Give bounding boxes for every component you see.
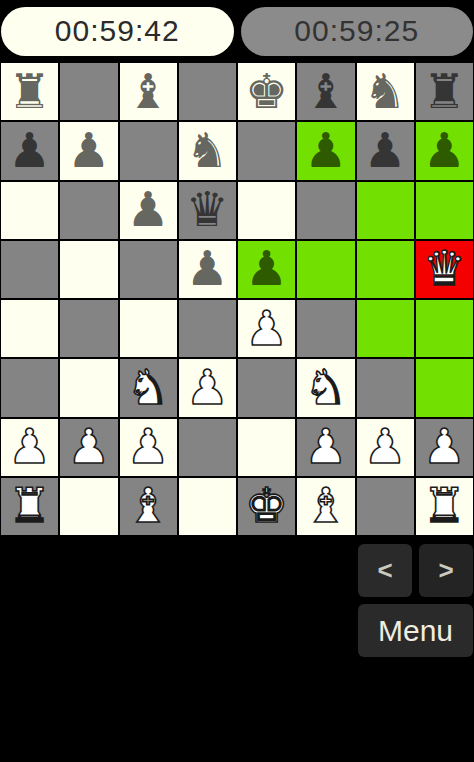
square-a3[interactable] — [0, 358, 59, 417]
white-clock: 00:59:42 — [1, 7, 234, 56]
white-knight: ♞ — [127, 363, 170, 411]
square-a1[interactable]: ♜ — [0, 477, 59, 536]
square-f2[interactable]: ♟ — [296, 418, 355, 477]
square-f6[interactable] — [296, 181, 355, 240]
square-g3[interactable] — [356, 358, 415, 417]
square-c4[interactable] — [119, 299, 178, 358]
black-queen: ♛ — [186, 185, 229, 233]
square-d4[interactable] — [178, 299, 237, 358]
square-e3[interactable] — [237, 358, 296, 417]
menu-button[interactable]: Menu — [358, 604, 473, 657]
square-h6[interactable] — [415, 181, 474, 240]
prev-move-button[interactable]: < — [358, 544, 412, 597]
square-a5[interactable] — [0, 240, 59, 299]
square-a4[interactable] — [0, 299, 59, 358]
black-pawn: ♟ — [8, 126, 51, 174]
square-c3[interactable]: ♞ — [119, 358, 178, 417]
white-rook: ♜ — [8, 481, 51, 529]
black-bishop: ♝ — [127, 67, 170, 115]
square-g5[interactable] — [356, 240, 415, 299]
square-f5[interactable] — [296, 240, 355, 299]
square-e7[interactable] — [237, 121, 296, 180]
white-pawn: ♟ — [67, 422, 110, 470]
black-pawn: ♟ — [304, 126, 347, 174]
square-c8[interactable]: ♝ — [119, 62, 178, 121]
square-b3[interactable] — [59, 358, 118, 417]
square-c5[interactable] — [119, 240, 178, 299]
app-screen: { "game": "chess", "position": "r1b1kbnr… — [0, 0, 474, 762]
square-f7[interactable]: ♟ — [296, 121, 355, 180]
square-h2[interactable]: ♟ — [415, 418, 474, 477]
square-g1[interactable] — [356, 477, 415, 536]
square-c7[interactable] — [119, 121, 178, 180]
square-f8[interactable]: ♝ — [296, 62, 355, 121]
square-d1[interactable] — [178, 477, 237, 536]
white-rook: ♜ — [423, 481, 466, 529]
square-e4[interactable]: ♟ — [237, 299, 296, 358]
black-knight: ♞ — [364, 67, 407, 115]
chess-board: ♜♝♚♝♞♜♟♟♞♟♟♟♟♛♟♟♛♟♞♟♞♟♟♟♟♟♟♜♝♚♝♜ — [0, 62, 474, 536]
clock-bar: 00:59:42 00:59:25 — [0, 0, 474, 62]
white-bishop: ♝ — [304, 481, 347, 529]
white-pawn: ♟ — [245, 304, 288, 352]
black-pawn: ♟ — [364, 126, 407, 174]
square-h3[interactable] — [415, 358, 474, 417]
black-pawn: ♟ — [67, 126, 110, 174]
white-queen: ♛ — [423, 244, 466, 292]
square-h5[interactable]: ♛ — [415, 240, 474, 299]
square-c6[interactable]: ♟ — [119, 181, 178, 240]
black-bishop: ♝ — [304, 67, 347, 115]
white-pawn: ♟ — [364, 422, 407, 470]
square-a7[interactable]: ♟ — [0, 121, 59, 180]
controls-area: < > Menu — [0, 536, 474, 762]
square-c2[interactable]: ♟ — [119, 418, 178, 477]
square-g2[interactable]: ♟ — [356, 418, 415, 477]
square-h1[interactable]: ♜ — [415, 477, 474, 536]
square-b6[interactable] — [59, 181, 118, 240]
square-b8[interactable] — [59, 62, 118, 121]
black-pawn: ♟ — [186, 244, 229, 292]
square-a2[interactable]: ♟ — [0, 418, 59, 477]
square-b5[interactable] — [59, 240, 118, 299]
black-rook: ♜ — [423, 67, 466, 115]
square-g8[interactable]: ♞ — [356, 62, 415, 121]
square-h8[interactable]: ♜ — [415, 62, 474, 121]
black-pawn: ♟ — [423, 126, 466, 174]
white-clock-time: 00:59:42 — [55, 14, 180, 48]
black-knight: ♞ — [186, 126, 229, 174]
square-b4[interactable] — [59, 299, 118, 358]
square-e8[interactable]: ♚ — [237, 62, 296, 121]
black-clock-time: 00:59:25 — [294, 14, 419, 48]
square-g4[interactable] — [356, 299, 415, 358]
white-pawn: ♟ — [423, 422, 466, 470]
square-f3[interactable]: ♞ — [296, 358, 355, 417]
black-king: ♚ — [245, 67, 288, 115]
white-bishop: ♝ — [127, 481, 170, 529]
square-a8[interactable]: ♜ — [0, 62, 59, 121]
square-e6[interactable] — [237, 181, 296, 240]
black-pawn: ♟ — [245, 244, 288, 292]
white-pawn: ♟ — [186, 363, 229, 411]
square-h7[interactable]: ♟ — [415, 121, 474, 180]
black-rook: ♜ — [8, 67, 51, 115]
square-b7[interactable]: ♟ — [59, 121, 118, 180]
square-h4[interactable] — [415, 299, 474, 358]
white-pawn: ♟ — [304, 422, 347, 470]
square-c1[interactable]: ♝ — [119, 477, 178, 536]
square-e5[interactable]: ♟ — [237, 240, 296, 299]
next-move-button[interactable]: > — [419, 544, 473, 597]
square-f1[interactable]: ♝ — [296, 477, 355, 536]
square-d2[interactable] — [178, 418, 237, 477]
square-d6[interactable]: ♛ — [178, 181, 237, 240]
square-b2[interactable]: ♟ — [59, 418, 118, 477]
square-g6[interactable] — [356, 181, 415, 240]
square-d8[interactable] — [178, 62, 237, 121]
square-b1[interactable] — [59, 477, 118, 536]
square-g7[interactable]: ♟ — [356, 121, 415, 180]
white-pawn: ♟ — [127, 422, 170, 470]
white-pawn: ♟ — [8, 422, 51, 470]
white-knight: ♞ — [304, 363, 347, 411]
square-d7[interactable]: ♞ — [178, 121, 237, 180]
square-e2[interactable] — [237, 418, 296, 477]
square-f4[interactable] — [296, 299, 355, 358]
black-pawn: ♟ — [127, 185, 170, 233]
square-d5[interactable]: ♟ — [178, 240, 237, 299]
square-d3[interactable]: ♟ — [178, 358, 237, 417]
white-king: ♚ — [245, 481, 288, 529]
square-a6[interactable] — [0, 181, 59, 240]
square-e1[interactable]: ♚ — [237, 477, 296, 536]
black-clock: 00:59:25 — [241, 7, 474, 56]
